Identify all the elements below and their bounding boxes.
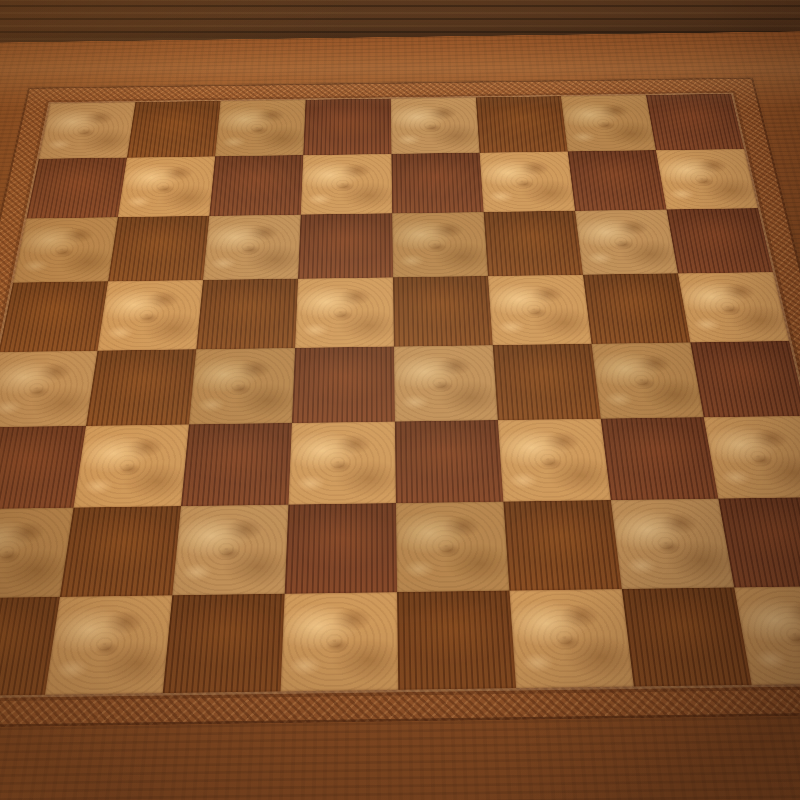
square-c2[interactable] (172, 505, 288, 596)
square-d4[interactable] (292, 347, 395, 423)
square-f2[interactable] (503, 500, 621, 590)
square-d5[interactable] (295, 277, 394, 348)
square-g6[interactable] (575, 210, 678, 275)
square-c4[interactable] (189, 348, 295, 424)
board-grid (0, 94, 800, 696)
square-g5[interactable] (583, 273, 690, 343)
square-a5[interactable] (0, 281, 108, 352)
square-d8[interactable] (303, 99, 391, 156)
square-b8[interactable] (127, 101, 221, 158)
square-a6[interactable] (13, 217, 118, 283)
square-h6[interactable] (667, 208, 773, 273)
square-h4[interactable] (690, 341, 800, 417)
square-g2[interactable] (611, 499, 734, 589)
square-b7[interactable] (118, 156, 215, 217)
square-a8[interactable] (39, 102, 136, 159)
square-c7[interactable] (209, 155, 303, 216)
square-c5[interactable] (196, 279, 298, 350)
square-e2[interactable] (396, 502, 510, 593)
square-d7[interactable] (301, 154, 392, 215)
square-d3[interactable] (288, 422, 395, 505)
square-f5[interactable] (488, 275, 592, 345)
square-a4[interactable] (0, 351, 97, 428)
perspective-wrapper (0, 0, 800, 800)
square-a3[interactable] (0, 426, 86, 509)
square-b6[interactable] (108, 216, 209, 281)
square-b2[interactable] (60, 506, 181, 597)
square-h7[interactable] (656, 149, 758, 210)
square-e6[interactable] (392, 212, 488, 277)
square-h5[interactable] (678, 272, 789, 342)
square-b3[interactable] (74, 424, 189, 507)
square-c1[interactable] (163, 594, 285, 693)
square-a7[interactable] (26, 158, 127, 219)
square-e8[interactable] (391, 97, 480, 153)
square-f4[interactable] (493, 344, 601, 420)
square-f7[interactable] (480, 151, 575, 212)
chess-board (0, 31, 800, 800)
square-g4[interactable] (592, 342, 704, 418)
square-e7[interactable] (391, 153, 483, 214)
square-b1[interactable] (45, 595, 172, 694)
square-e3[interactable] (395, 420, 504, 503)
square-e4[interactable] (394, 345, 498, 421)
square-h8[interactable] (646, 94, 744, 150)
square-h3[interactable] (704, 416, 800, 499)
square-e1[interactable] (397, 591, 516, 690)
square-f6[interactable] (484, 211, 583, 276)
square-g7[interactable] (568, 150, 667, 211)
square-d6[interactable] (298, 213, 393, 278)
square-g8[interactable] (561, 95, 656, 151)
square-d2[interactable] (285, 503, 397, 594)
square-b4[interactable] (86, 349, 196, 426)
square-g1[interactable] (622, 587, 752, 686)
square-c3[interactable] (181, 423, 292, 506)
photo-scene (0, 0, 800, 800)
square-f3[interactable] (498, 419, 611, 502)
square-e5[interactable] (393, 276, 493, 347)
square-f1[interactable] (509, 589, 633, 688)
square-f8[interactable] (476, 96, 568, 152)
square-g3[interactable] (601, 417, 719, 500)
square-d1[interactable] (281, 592, 399, 691)
square-c8[interactable] (215, 100, 306, 157)
square-b5[interactable] (97, 280, 203, 351)
square-c6[interactable] (203, 215, 301, 280)
